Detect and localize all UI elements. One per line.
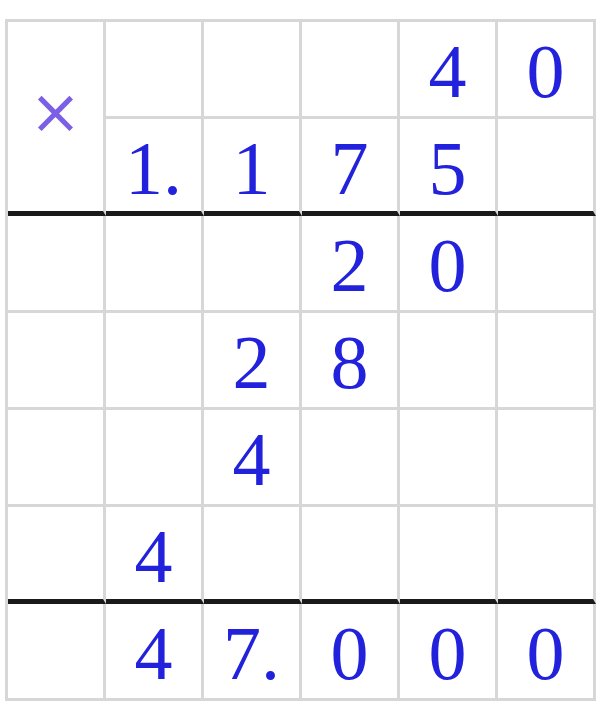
cell-r1c2 [106, 22, 204, 119]
cell-r5c4 [302, 410, 400, 507]
cell-r5c3: 4 [204, 410, 302, 507]
cell-r7c4: 0 [302, 604, 400, 701]
cell-r2c2: 1. [106, 119, 204, 216]
cell-r6c6 [498, 507, 596, 604]
cell-r4c4: 8 [302, 313, 400, 410]
cell-r1c6: 0 [498, 22, 596, 119]
operator-cell: × [8, 22, 106, 216]
cell-r1c4 [302, 22, 400, 119]
cell-r4c2 [106, 313, 204, 410]
cell-r2c5: 5 [400, 119, 498, 216]
cell-r3c6 [498, 216, 596, 313]
cell-r7c2: 4 [106, 604, 204, 701]
cell-r5c6 [498, 410, 596, 507]
cell-r3c4: 2 [302, 216, 400, 313]
cell-r3c3 [204, 216, 302, 313]
long-multiplication-grid: 401.17520284447.000× [5, 19, 596, 701]
cell-r4c1 [8, 313, 106, 410]
cell-r4c3: 2 [204, 313, 302, 410]
cell-r2c4: 7 [302, 119, 400, 216]
cell-r3c5: 0 [400, 216, 498, 313]
cell-r2c3: 1 [204, 119, 302, 216]
cell-r3c1 [8, 216, 106, 313]
cell-r7c1 [8, 604, 106, 701]
cell-r7c3: 7. [204, 604, 302, 701]
cell-r5c5 [400, 410, 498, 507]
cell-r2c6 [498, 119, 596, 216]
cell-r1c3 [204, 22, 302, 119]
cell-r1c5: 4 [400, 22, 498, 119]
cell-r5c2 [106, 410, 204, 507]
cell-r4c6 [498, 313, 596, 410]
cell-r4c5 [400, 313, 498, 410]
cell-r6c1 [8, 507, 106, 604]
multiplication-sign-icon: × [30, 81, 82, 143]
cell-r6c5 [400, 507, 498, 604]
cell-r3c2 [106, 216, 204, 313]
cell-r7c6: 0 [498, 604, 596, 701]
cell-r6c4 [302, 507, 400, 604]
cell-r5c1 [8, 410, 106, 507]
cell-r6c2: 4 [106, 507, 204, 604]
cell-r6c3 [204, 507, 302, 604]
cell-r7c5: 0 [400, 604, 498, 701]
